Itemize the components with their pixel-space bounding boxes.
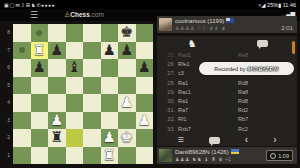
tab-moves[interactable]: ♞ — [157, 36, 227, 51]
square-f5[interactable] — [101, 77, 119, 95]
chat-bubble-icon — [257, 40, 268, 47]
clock-icon — [270, 153, 276, 159]
square-h5[interactable] — [136, 77, 154, 95]
square-b4[interactable] — [31, 94, 49, 112]
legal-move-dot — [19, 47, 25, 53]
square-f4[interactable] — [101, 94, 119, 112]
square-a1[interactable] — [13, 147, 31, 165]
opponent-clock: 2:01 — [281, 25, 293, 31]
move-row[interactable]: 25.Rad1Re8 — [157, 51, 297, 60]
square-c1[interactable] — [48, 147, 66, 165]
black-rook[interactable]: ♜ — [48, 129, 66, 147]
opponent-avatar — [159, 18, 172, 31]
square-a4[interactable] — [13, 94, 31, 112]
app-screen: ▣▢✉⇩⊞♞✆▸▸▸▸ ▿◢ 25%▮ 11:46 ☰ ♙Chess.com ▂… — [0, 0, 300, 168]
square-g3[interactable] — [118, 112, 136, 130]
move-row[interactable]: 33.Rxb7Rc2 — [157, 125, 297, 134]
game-toolbar: ☰ ‹ › — [157, 134, 297, 146]
legal-move-dot — [36, 30, 42, 36]
square-h8[interactable] — [136, 24, 154, 42]
square-h3[interactable]: ♟ — [136, 112, 154, 130]
white-king[interactable]: ♚ — [118, 129, 136, 147]
chat-icon[interactable] — [209, 137, 220, 144]
rank-label: 2 — [0, 129, 12, 147]
square-f7[interactable]: ♟ — [101, 42, 119, 60]
player-bar[interactable]: Danil89628N (1426) ♟♟♟ ♞♞ ♝ ♜ ♛ +1 1:09 — [157, 147, 297, 164]
square-g1[interactable] — [118, 147, 136, 165]
chesscom-logo: ♙Chess.com — [64, 11, 104, 19]
android-status-bar: ▣▢✉⇩⊞♞✆▸▸▸▸ ▿◢ 25%▮ 11:46 — [0, 0, 300, 9]
move-row[interactable]: 32.Rf1Rb7 — [157, 115, 297, 124]
white-pawn[interactable]: ♟ — [48, 112, 66, 130]
black-pawn[interactable]: ♟ — [101, 42, 119, 60]
australia-flag-icon — [226, 18, 234, 23]
status-clock: ▿◢ 25%▮ 11:46 — [259, 2, 296, 8]
square-h6[interactable]: ♟ — [136, 59, 154, 77]
move-row[interactable]: 31.Ra7Rd2 — [157, 106, 297, 115]
square-d8[interactable] — [66, 24, 84, 42]
square-d1[interactable] — [66, 147, 84, 165]
white-pawn[interactable]: ♟ — [136, 112, 154, 130]
white-rook[interactable]: ♜ — [101, 147, 119, 165]
square-e6[interactable] — [83, 59, 101, 77]
rank-label: 6 — [0, 59, 12, 77]
white-rook[interactable]: ♜ — [31, 42, 49, 60]
black-pawn[interactable]: ♟ — [118, 42, 136, 60]
square-c4[interactable] — [48, 94, 66, 112]
square-e1[interactable] — [83, 147, 101, 165]
rank-labels: 8 7 6 5 4 3 2 1 — [0, 24, 12, 164]
square-b2[interactable] — [31, 129, 49, 147]
watermark-text: Recorded by — [214, 66, 245, 72]
square-b1[interactable] — [31, 147, 49, 165]
square-f1[interactable]: ♜ — [101, 147, 119, 165]
player-name: Danil89628N (1426) — [175, 149, 239, 155]
square-g6[interactable] — [118, 59, 136, 77]
options-list-icon[interactable]: ☰ — [178, 135, 184, 145]
square-e5[interactable] — [83, 77, 101, 95]
square-f6[interactable] — [101, 59, 119, 77]
rank-label: 5 — [0, 77, 12, 95]
square-e7[interactable] — [83, 42, 101, 60]
square-b6[interactable]: ♟ — [31, 59, 49, 77]
square-g4[interactable]: ♟ — [118, 94, 136, 112]
panel-tabs: ♞ — [157, 36, 297, 51]
opponent-player-bar[interactable]: coolnarious (1199) ♙♙♙♙ ♘♘ ♗♗ ♕ 2:01 — [157, 16, 297, 33]
square-d7[interactable] — [66, 42, 84, 60]
square-c3[interactable]: ♟ — [48, 112, 66, 130]
square-g8[interactable]: ♚ — [118, 24, 136, 42]
logo-text: Chess — [70, 11, 90, 18]
square-a5[interactable] — [13, 77, 31, 95]
square-e3[interactable] — [83, 112, 101, 130]
square-a6[interactable] — [13, 59, 31, 77]
square-d6[interactable]: ♝ — [66, 59, 84, 77]
material-advantage: +1 — [225, 156, 231, 162]
menu-icon[interactable]: ☰ — [30, 10, 38, 20]
square-a7[interactable] — [13, 42, 31, 60]
square-c2[interactable]: ♜ — [48, 129, 66, 147]
rank-label: 8 — [0, 24, 12, 42]
black-pawn[interactable]: ♟ — [136, 59, 154, 77]
player-captured-pieces: ♟♟♟ ♞♞ ♝ ♜ ♛ +1 — [175, 156, 231, 162]
player-clock: 1:09 — [266, 150, 293, 161]
recording-watermark: Recorded by MOBIZEN — [199, 62, 294, 75]
square-f8[interactable] — [101, 24, 119, 42]
back-move-icon[interactable]: ‹ — [245, 135, 248, 145]
square-e4[interactable] — [83, 94, 101, 112]
square-b5[interactable] — [31, 77, 49, 95]
white-pawn[interactable]: ♟ — [118, 94, 136, 112]
rank-label: 7 — [0, 42, 12, 60]
square-c8[interactable] — [48, 24, 66, 42]
square-h4[interactable] — [136, 94, 154, 112]
square-b3[interactable] — [31, 112, 49, 130]
move-row[interactable]: 29.Rac1Ra8 — [157, 88, 297, 97]
black-bishop[interactable]: ♝ — [66, 59, 84, 77]
square-g5[interactable] — [118, 77, 136, 95]
square-e2[interactable] — [83, 129, 101, 147]
square-h1[interactable] — [136, 147, 154, 165]
watermark-logo: MOBIZEN — [248, 66, 279, 72]
white-pawn[interactable]: ♟ — [101, 129, 119, 147]
square-d3[interactable] — [66, 112, 84, 130]
opponent-captured-pieces: ♙♙♙♙ ♘♘ ♗♗ ♕ — [175, 25, 226, 31]
rank-label: 3 — [0, 112, 12, 130]
game-content: 8 7 6 5 4 3 2 1 ♚♜♟♟♟♟♝♟♟♟♟♜♟♚♜ coolnari… — [0, 21, 300, 168]
square-g2[interactable]: ♚ — [118, 129, 136, 147]
square-a2[interactable] — [13, 129, 31, 147]
black-pawn[interactable]: ♟ — [31, 59, 49, 77]
move-panel: ♞ 25.Rad1Re8 26.Rfe1Red8 27.c3Rd8 28.Ra1… — [157, 36, 297, 146]
square-c6[interactable] — [48, 59, 66, 77]
black-pawn[interactable]: ♟ — [48, 42, 66, 60]
square-c5[interactable] — [48, 77, 66, 95]
opponent-name: coolnarious (1199) — [175, 18, 234, 24]
square-a3[interactable] — [13, 112, 31, 130]
square-a8[interactable] — [13, 24, 31, 42]
rank-label: 4 — [0, 94, 12, 112]
square-c7[interactable]: ♟ — [48, 42, 66, 60]
square-h2[interactable] — [136, 129, 154, 147]
rank-label: 1 — [0, 147, 12, 165]
square-d5[interactable] — [66, 77, 84, 95]
square-d2[interactable] — [66, 129, 84, 147]
square-b8[interactable] — [31, 24, 49, 42]
forward-move-icon[interactable]: › — [273, 135, 276, 145]
square-d4[interactable] — [66, 94, 84, 112]
move-row[interactable]: 30.Ra1Rd8 — [157, 97, 297, 106]
logo-suffix: .com — [90, 11, 104, 18]
square-e8[interactable] — [83, 24, 101, 42]
square-g7[interactable]: ♟ — [118, 42, 136, 60]
notification-icons: ▣▢✉⇩⊞♞✆▸▸▸▸ — [4, 2, 56, 8]
square-b7[interactable]: ♜ — [31, 42, 49, 60]
ukraine-flag-icon — [231, 149, 239, 154]
square-f2[interactable]: ♟ — [101, 129, 119, 147]
chess-board[interactable]: ♚♜♟♟♟♟♝♟♟♟♟♜♟♚♜ — [13, 24, 153, 164]
knight-tab-icon: ♞ — [188, 38, 197, 50]
black-king[interactable]: ♚ — [118, 24, 136, 42]
tab-chat[interactable] — [227, 36, 297, 51]
square-f3[interactable] — [101, 112, 119, 130]
square-h7[interactable] — [136, 42, 154, 60]
move-row[interactable]: 28.Ra1Rd8 — [157, 79, 297, 88]
player-avatar — [159, 149, 172, 162]
